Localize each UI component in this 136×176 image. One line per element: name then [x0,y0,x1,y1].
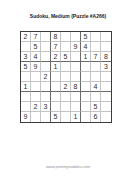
cell-r1c9-empty[interactable] [101,32,111,42]
cell-r9c4-given-5[interactable]: 5 [51,112,61,122]
sudoku-sheet: Sudoku, Medium (Puzzle #A266) 2785579434… [0,0,136,176]
cell-r5c2-empty[interactable] [31,72,41,82]
cell-r5c8-empty[interactable] [91,72,101,82]
cell-r2c5-empty[interactable] [61,42,71,52]
cell-r6c4-empty[interactable] [51,82,61,92]
cell-r6c8-given-4[interactable]: 4 [91,82,101,92]
cell-r1c3-empty[interactable] [41,32,51,42]
cell-r1c6-empty[interactable] [71,32,81,42]
cell-r6c5-given-2[interactable]: 2 [61,82,71,92]
cell-r4c6-empty[interactable] [71,62,81,72]
cell-r9c6-given-1[interactable]: 1 [71,112,81,122]
cell-r3c2-given-4[interactable]: 4 [31,52,41,62]
cell-r9c7-empty[interactable] [81,112,91,122]
cell-r2c1-empty[interactable] [21,42,31,52]
cell-r3c6-empty[interactable] [71,52,81,62]
cell-r8c3-given-3[interactable]: 3 [41,102,51,112]
cell-r8c7-empty[interactable] [81,102,91,112]
cell-r9c2-empty[interactable] [31,112,41,122]
footer-url: www.printmysudoku.com [0,164,136,169]
cell-r6c3-empty[interactable] [41,82,51,92]
cell-r3c7-given-1[interactable]: 1 [81,52,91,62]
cell-r7c2-empty[interactable] [31,92,41,102]
cell-r7c5-empty[interactable] [61,92,71,102]
cell-r3c3-empty[interactable] [41,52,51,62]
cell-r5c4-empty[interactable] [51,72,61,82]
cell-r2c4-given-7[interactable]: 7 [51,42,61,52]
cell-r4c7-empty[interactable] [81,62,91,72]
cell-r7c3-empty[interactable] [41,92,51,102]
cell-r7c6-empty[interactable] [71,92,81,102]
cell-r3c8-given-7[interactable]: 7 [91,52,101,62]
cell-r5c1-empty[interactable] [21,72,31,82]
cell-r4c2-given-9[interactable]: 9 [31,62,41,72]
cell-r1c4-given-8[interactable]: 8 [51,32,61,42]
cell-r7c4-empty[interactable] [51,92,61,102]
cell-r7c9-empty[interactable] [101,92,111,102]
cell-r8c8-given-5[interactable]: 5 [91,102,101,112]
cell-r1c8-empty[interactable] [91,32,101,42]
cell-r8c5-empty[interactable] [61,102,71,112]
cell-r3c1-given-3[interactable]: 3 [21,52,31,62]
cell-r5c6-empty[interactable] [71,72,81,82]
cell-r7c8-empty[interactable] [91,92,101,102]
cell-r9c5-empty[interactable] [61,112,71,122]
cell-r5c9-empty[interactable] [101,72,111,82]
cell-r1c7-given-5[interactable]: 5 [81,32,91,42]
cell-r8c6-empty[interactable] [71,102,81,112]
cell-r4c8-empty[interactable] [91,62,101,72]
cell-r1c2-given-7[interactable]: 7 [31,32,41,42]
cell-r8c4-empty[interactable] [51,102,61,112]
cell-r2c7-given-4[interactable]: 4 [81,42,91,52]
cell-r2c8-empty[interactable] [91,42,101,52]
cell-r3c9-given-8[interactable]: 8 [101,52,111,62]
cell-r8c1-empty[interactable] [21,102,31,112]
cell-r2c9-empty[interactable] [101,42,111,52]
cell-r2c2-given-5[interactable]: 5 [31,42,41,52]
cell-r1c1-given-2[interactable]: 2 [21,32,31,42]
cell-r8c9-empty[interactable] [101,102,111,112]
cell-r6c1-given-1[interactable]: 1 [21,82,31,92]
cell-r9c3-empty[interactable] [41,112,51,122]
cell-r4c1-given-5[interactable]: 5 [21,62,31,72]
cell-r3c4-given-2[interactable]: 2 [51,52,61,62]
cell-r8c2-given-2[interactable]: 2 [31,102,41,112]
cell-r3c5-given-5[interactable]: 5 [61,52,71,62]
cell-r6c6-given-8[interactable]: 8 [71,82,81,92]
cell-r5c5-empty[interactable] [61,72,71,82]
cell-r7c1-empty[interactable] [21,92,31,102]
cell-r6c9-empty[interactable] [101,82,111,92]
cell-r5c7-empty[interactable] [81,72,91,82]
cell-r6c2-empty[interactable] [31,82,41,92]
cell-r4c4-given-1[interactable]: 1 [51,62,61,72]
cell-r9c1-given-9[interactable]: 9 [21,112,31,122]
puzzle-title: Sudoku, Medium (Puzzle #A266) [0,13,136,19]
cell-r7c7-empty[interactable] [81,92,91,102]
cell-r2c6-given-9[interactable]: 9 [71,42,81,52]
cell-r4c9-given-3[interactable]: 3 [101,62,111,72]
cell-r9c8-given-6[interactable]: 6 [91,112,101,122]
cell-r9c9-empty[interactable] [101,112,111,122]
cell-r6c7-empty[interactable] [81,82,91,92]
cell-r2c3-empty[interactable] [41,42,51,52]
cell-r1c5-empty[interactable] [61,32,71,42]
cell-r4c3-empty[interactable] [41,62,51,72]
sudoku-grid: 2785579434251785913212842359516 [20,31,112,123]
cell-r5c3-given-2[interactable]: 2 [41,72,51,82]
cell-r4c5-empty[interactable] [61,62,71,72]
